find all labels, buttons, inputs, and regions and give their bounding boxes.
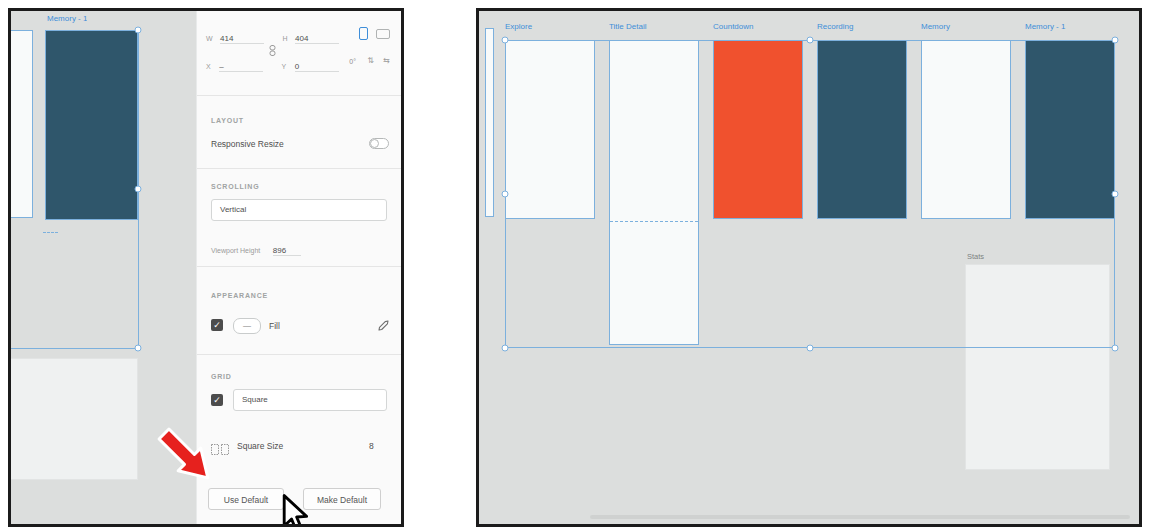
selection-handle[interactable] <box>1112 37 1119 44</box>
artboard-partial-bottom-left[interactable] <box>9 358 138 480</box>
artboard-title-memory-1-left[interactable]: Memory - 1 <box>47 14 87 23</box>
panel-divider <box>197 354 401 355</box>
scrolling-mode-select[interactable]: Vertical <box>211 199 387 221</box>
selection-handle[interactable] <box>502 37 509 44</box>
left-screenshot-frame: Memory - 1 W 414 H 404 <box>8 8 404 527</box>
square-size-field[interactable]: 8 <box>369 441 374 451</box>
viewport-marker-dash <box>43 232 58 233</box>
y-label: Y <box>282 63 287 70</box>
artboard-explore[interactable] <box>505 40 595 219</box>
x-field[interactable]: – <box>219 62 263 72</box>
responsive-resize-toggle[interactable] <box>369 138 389 149</box>
selection-edge-bottom[interactable] <box>11 348 139 349</box>
viewport-height-label: Viewport Height <box>211 247 260 254</box>
horizontal-scrollbar[interactable] <box>590 515 1130 519</box>
artboard-title-recording[interactable]: Recording <box>817 22 907 31</box>
height-field[interactable]: 404 <box>295 34 339 44</box>
height-label: H <box>283 35 288 42</box>
artboard-title-detail[interactable] <box>609 40 699 345</box>
y-field[interactable]: 0 <box>295 62 339 72</box>
selection-handle[interactable] <box>135 345 142 352</box>
artboard-stats[interactable] <box>965 264 1110 470</box>
flip-vertical-icon[interactable]: ⇅ <box>367 56 374 65</box>
artboard-partial-left[interactable] <box>9 30 33 218</box>
selection-handle[interactable] <box>1112 191 1119 198</box>
selection-handle[interactable] <box>135 27 142 34</box>
landscape-orientation-icon[interactable] <box>376 29 390 39</box>
artboard-title-title-detail[interactable]: Title Detail <box>609 22 699 31</box>
scrolling-section-header: SCROLLING <box>211 183 259 190</box>
artboard-title-memory-1[interactable]: Memory - 1 <box>1025 22 1115 31</box>
use-default-button[interactable]: Use Default <box>208 488 284 510</box>
fill-swatch[interactable]: — <box>233 318 261 334</box>
left-canvas: Memory - 1 <box>11 11 196 524</box>
appearance-section-header: APPEARANCE <box>211 292 268 299</box>
viewport-height-field[interactable]: 896 <box>273 246 301 256</box>
selection-handle[interactable] <box>807 345 814 352</box>
artboard-title-explore[interactable]: Explore <box>505 22 595 31</box>
artboard-title-countdown[interactable]: Countdown <box>713 22 803 31</box>
selection-handle[interactable] <box>502 191 509 198</box>
fill-label: Fill <box>269 321 280 331</box>
artboard-memory-1-left[interactable] <box>45 30 138 220</box>
panel-divider <box>197 266 401 267</box>
artboard-countdown[interactable] <box>713 40 803 219</box>
grid-size-icon <box>211 441 229 459</box>
selection-handle[interactable] <box>807 37 814 44</box>
property-inspector: W 414 H 404 X – Y 0 0° ⇅ ⇆ LAYOUT Respon… <box>196 11 401 524</box>
artboard-partial-right-canvas[interactable] <box>485 28 494 217</box>
square-size-label: Square Size <box>237 441 283 451</box>
viewport-height-dashed-line <box>610 221 698 222</box>
check-icon: ✓ <box>213 320 221 330</box>
grid-section-header: GRID <box>211 373 232 380</box>
flip-horizontal-icon[interactable]: ⇆ <box>383 56 390 65</box>
x-label: X <box>206 63 211 70</box>
rotation-field[interactable]: 0° <box>349 58 356 65</box>
toggle-knob <box>370 139 379 148</box>
selection-handle[interactable] <box>502 345 509 352</box>
grid-checkbox[interactable]: ✓ <box>211 394 223 406</box>
fill-checkbox[interactable]: ✓ <box>211 319 223 331</box>
eyedropper-icon[interactable] <box>378 317 389 335</box>
grid-type-select[interactable]: Square <box>233 389 387 411</box>
selection-handle[interactable] <box>135 186 142 193</box>
constrain-proportions-icon[interactable] <box>269 42 276 53</box>
artboard-title-memory[interactable]: Memory <box>921 22 1011 31</box>
layout-section-header: LAYOUT <box>211 117 244 124</box>
width-field[interactable]: 414 <box>220 34 264 44</box>
responsive-resize-label: Responsive Resize <box>211 139 284 149</box>
check-icon: ✓ <box>213 395 221 405</box>
panel-divider <box>197 168 401 169</box>
panel-divider <box>197 95 401 96</box>
portrait-orientation-icon[interactable] <box>359 27 368 40</box>
artboard-memory-1[interactable] <box>1025 40 1115 219</box>
artboard-recording[interactable] <box>817 40 907 219</box>
selection-handle[interactable] <box>1112 345 1119 352</box>
right-screenshot-frame: Explore Title Detail Countdown Recording… <box>476 8 1142 527</box>
artboard-memory[interactable] <box>921 40 1011 219</box>
artboard-title-stats[interactable]: Stats <box>967 252 984 261</box>
make-default-button[interactable]: Make Default <box>303 488 381 510</box>
width-label: W <box>206 35 213 42</box>
